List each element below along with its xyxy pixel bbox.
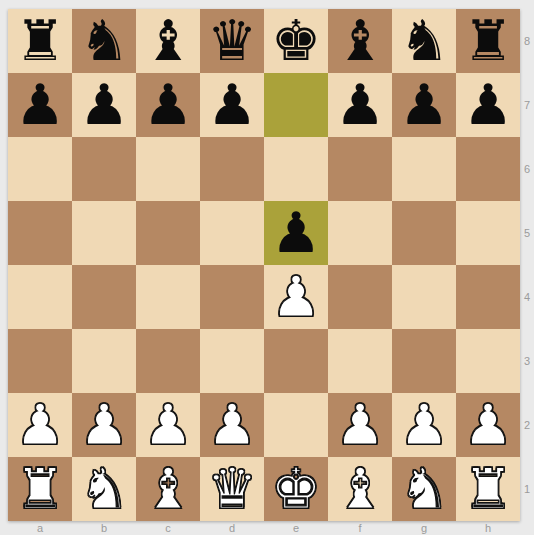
piece-black-pawn[interactable]: ♟ xyxy=(399,73,449,137)
square-a3[interactable] xyxy=(8,329,72,393)
square-h6[interactable] xyxy=(456,137,520,201)
square-e1[interactable]: ♚ xyxy=(264,457,328,521)
square-c8[interactable]: ♝ xyxy=(136,9,200,73)
square-b2[interactable]: ♟ xyxy=(72,393,136,457)
square-c4[interactable] xyxy=(136,265,200,329)
square-c3[interactable] xyxy=(136,329,200,393)
piece-black-queen[interactable]: ♛ xyxy=(207,9,257,73)
square-a4[interactable] xyxy=(8,265,72,329)
file-label-f: f xyxy=(328,521,392,535)
piece-black-bishop[interactable]: ♝ xyxy=(143,9,193,73)
square-e3[interactable] xyxy=(264,329,328,393)
square-d4[interactable] xyxy=(200,265,264,329)
square-d5[interactable] xyxy=(200,201,264,265)
piece-black-bishop[interactable]: ♝ xyxy=(335,9,385,73)
rank-label-7: 7 xyxy=(520,73,534,137)
square-b7[interactable]: ♟ xyxy=(72,73,136,137)
rank-label-4: 4 xyxy=(520,265,534,329)
rank-label-8: 8 xyxy=(520,9,534,73)
square-f5[interactable] xyxy=(328,201,392,265)
file-label-h: h xyxy=(456,521,520,535)
square-g2[interactable]: ♟ xyxy=(392,393,456,457)
square-f3[interactable] xyxy=(328,329,392,393)
square-b5[interactable] xyxy=(72,201,136,265)
rank-label-2: 2 xyxy=(520,393,534,457)
square-h1[interactable]: ♜ xyxy=(456,457,520,521)
square-b3[interactable] xyxy=(72,329,136,393)
piece-white-bishop[interactable]: ♝ xyxy=(143,457,193,521)
square-b6[interactable] xyxy=(72,137,136,201)
file-label-e: e xyxy=(264,521,328,535)
square-f7[interactable]: ♟ xyxy=(328,73,392,137)
square-h3[interactable] xyxy=(456,329,520,393)
rank-label-5: 5 xyxy=(520,201,534,265)
piece-white-king[interactable]: ♚ xyxy=(271,457,321,521)
square-f8[interactable]: ♝ xyxy=(328,9,392,73)
square-g5[interactable] xyxy=(392,201,456,265)
square-e5[interactable]: ♟ xyxy=(264,201,328,265)
piece-white-rook[interactable]: ♜ xyxy=(15,457,65,521)
piece-white-pawn[interactable]: ♟ xyxy=(79,393,129,457)
square-e4[interactable]: ♟ xyxy=(264,265,328,329)
square-e6[interactable] xyxy=(264,137,328,201)
piece-white-pawn[interactable]: ♟ xyxy=(143,393,193,457)
square-b8[interactable]: ♞ xyxy=(72,9,136,73)
file-label-c: c xyxy=(136,521,200,535)
piece-black-knight[interactable]: ♞ xyxy=(79,9,129,73)
piece-white-pawn[interactable]: ♟ xyxy=(399,393,449,457)
square-a1[interactable]: ♜ xyxy=(8,457,72,521)
square-c2[interactable]: ♟ xyxy=(136,393,200,457)
piece-black-pawn[interactable]: ♟ xyxy=(207,73,257,137)
piece-black-knight[interactable]: ♞ xyxy=(399,9,449,73)
file-label-a: a xyxy=(8,521,72,535)
square-g3[interactable] xyxy=(392,329,456,393)
square-g6[interactable] xyxy=(392,137,456,201)
square-a8[interactable]: ♜ xyxy=(8,9,72,73)
piece-white-knight[interactable]: ♞ xyxy=(399,457,449,521)
piece-white-pawn[interactable]: ♟ xyxy=(15,393,65,457)
piece-white-pawn[interactable]: ♟ xyxy=(463,393,513,457)
square-f1[interactable]: ♝ xyxy=(328,457,392,521)
square-h7[interactable]: ♟ xyxy=(456,73,520,137)
piece-white-pawn[interactable]: ♟ xyxy=(207,393,257,457)
file-label-d: d xyxy=(200,521,264,535)
square-h5[interactable] xyxy=(456,201,520,265)
square-g1[interactable]: ♞ xyxy=(392,457,456,521)
square-c5[interactable] xyxy=(136,201,200,265)
square-b1[interactable]: ♞ xyxy=(72,457,136,521)
square-d6[interactable] xyxy=(200,137,264,201)
square-f4[interactable] xyxy=(328,265,392,329)
file-label-b: b xyxy=(72,521,136,535)
square-b4[interactable] xyxy=(72,265,136,329)
piece-black-pawn[interactable]: ♟ xyxy=(335,73,385,137)
square-a2[interactable]: ♟ xyxy=(8,393,72,457)
rank-label-6: 6 xyxy=(520,137,534,201)
square-h4[interactable] xyxy=(456,265,520,329)
square-e7[interactable] xyxy=(264,73,328,137)
square-f6[interactable] xyxy=(328,137,392,201)
square-h8[interactable]: ♜ xyxy=(456,9,520,73)
square-f2[interactable]: ♟ xyxy=(328,393,392,457)
rank-label-3: 3 xyxy=(520,329,534,393)
square-h2[interactable]: ♟ xyxy=(456,393,520,457)
square-g7[interactable]: ♟ xyxy=(392,73,456,137)
file-label-g: g xyxy=(392,521,456,535)
square-d1[interactable]: ♛ xyxy=(200,457,264,521)
piece-white-queen[interactable]: ♛ xyxy=(207,457,257,521)
piece-black-pawn[interactable]: ♟ xyxy=(79,73,129,137)
piece-white-knight[interactable]: ♞ xyxy=(79,457,129,521)
square-d3[interactable] xyxy=(200,329,264,393)
square-e2[interactable] xyxy=(264,393,328,457)
square-d7[interactable]: ♟ xyxy=(200,73,264,137)
file-labels: abcdefgh xyxy=(8,521,520,535)
piece-white-rook[interactable]: ♜ xyxy=(463,457,513,521)
piece-white-pawn[interactable]: ♟ xyxy=(335,393,385,457)
square-c7[interactable]: ♟ xyxy=(136,73,200,137)
square-c6[interactable] xyxy=(136,137,200,201)
rank-label-1: 1 xyxy=(520,457,534,521)
piece-white-bishop[interactable]: ♝ xyxy=(335,457,385,521)
piece-black-pawn[interactable]: ♟ xyxy=(271,201,321,265)
square-a5[interactable] xyxy=(8,201,72,265)
square-a7[interactable]: ♟ xyxy=(8,73,72,137)
square-a6[interactable] xyxy=(8,137,72,201)
piece-black-pawn[interactable]: ♟ xyxy=(15,73,65,137)
square-d8[interactable]: ♛ xyxy=(200,9,264,73)
square-g4[interactable] xyxy=(392,265,456,329)
chess-board[interactable]: ♜♞♝♛♚♝♞♜♟♟♟♟♟♟♟♟♟♟♟♟♟♟♟♟♜♞♝♛♚♝♞♜ xyxy=(8,9,520,521)
piece-black-rook[interactable]: ♜ xyxy=(463,9,513,73)
piece-black-pawn[interactable]: ♟ xyxy=(143,73,193,137)
piece-white-pawn[interactable]: ♟ xyxy=(271,265,321,329)
square-e8[interactable]: ♚ xyxy=(264,9,328,73)
piece-black-king[interactable]: ♚ xyxy=(271,9,321,73)
piece-black-rook[interactable]: ♜ xyxy=(15,9,65,73)
piece-black-pawn[interactable]: ♟ xyxy=(463,73,513,137)
rank-labels: 87654321 xyxy=(520,9,534,521)
square-g8[interactable]: ♞ xyxy=(392,9,456,73)
square-c1[interactable]: ♝ xyxy=(136,457,200,521)
square-d2[interactable]: ♟ xyxy=(200,393,264,457)
